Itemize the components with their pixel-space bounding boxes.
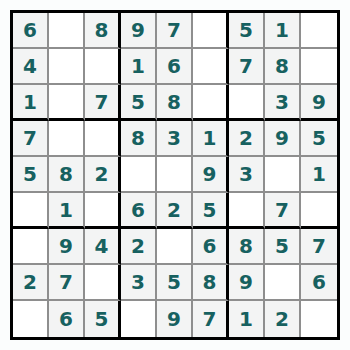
cell-r7c5[interactable]: [157, 229, 193, 265]
cell-r8c7[interactable]: 9: [229, 265, 265, 301]
cell-r9c8[interactable]: 2: [265, 301, 301, 337]
cell-r2c4[interactable]: 1: [121, 49, 157, 85]
cell-r9c6[interactable]: 7: [193, 301, 229, 337]
cell-r3c9[interactable]: 9: [301, 85, 337, 121]
cell-r7c3[interactable]: 4: [85, 229, 121, 265]
cell-r2c6[interactable]: [193, 49, 229, 85]
cell-r9c4[interactable]: [121, 301, 157, 337]
cell-r5c4[interactable]: [121, 157, 157, 193]
cell-r5c6[interactable]: 9: [193, 157, 229, 193]
cell-r8c8[interactable]: [265, 265, 301, 301]
cell-r5c8[interactable]: [265, 157, 301, 193]
cell-r5c2[interactable]: 8: [49, 157, 85, 193]
cell-r9c9[interactable]: [301, 301, 337, 337]
cell-r7c4[interactable]: 2: [121, 229, 157, 265]
cell-r3c2[interactable]: [49, 85, 85, 121]
cell-r8c5[interactable]: 5: [157, 265, 193, 301]
cell-r5c5[interactable]: [157, 157, 193, 193]
cell-r4c5[interactable]: 3: [157, 121, 193, 157]
cell-r4c1[interactable]: 7: [13, 121, 49, 157]
cell-r7c9[interactable]: 7: [301, 229, 337, 265]
cell-r2c1[interactable]: 4: [13, 49, 49, 85]
cell-r4c9[interactable]: 5: [301, 121, 337, 157]
cell-r5c1[interactable]: 5: [13, 157, 49, 193]
cell-r6c6[interactable]: 5: [193, 193, 229, 229]
cell-r5c9[interactable]: 1: [301, 157, 337, 193]
cell-r3c1[interactable]: 1: [13, 85, 49, 121]
cell-r9c2[interactable]: 6: [49, 301, 85, 337]
sudoku-board: 6897514167817583978312955829311625794268…: [10, 10, 340, 340]
cell-r6c7[interactable]: [229, 193, 265, 229]
cell-r7c6[interactable]: 6: [193, 229, 229, 265]
cell-r1c2[interactable]: [49, 13, 85, 49]
cell-r1c1[interactable]: 6: [13, 13, 49, 49]
cell-r2c2[interactable]: [49, 49, 85, 85]
cell-r2c7[interactable]: 7: [229, 49, 265, 85]
cell-r1c3[interactable]: 8: [85, 13, 121, 49]
cell-r1c9[interactable]: [301, 13, 337, 49]
cell-r6c9[interactable]: [301, 193, 337, 229]
cell-r1c8[interactable]: 1: [265, 13, 301, 49]
cell-r2c9[interactable]: [301, 49, 337, 85]
cell-r8c4[interactable]: 3: [121, 265, 157, 301]
cell-r4c8[interactable]: 9: [265, 121, 301, 157]
cell-r3c7[interactable]: [229, 85, 265, 121]
cell-r5c3[interactable]: 2: [85, 157, 121, 193]
cell-r3c3[interactable]: 7: [85, 85, 121, 121]
cell-r4c6[interactable]: 1: [193, 121, 229, 157]
cell-r1c6[interactable]: [193, 13, 229, 49]
cell-r6c2[interactable]: 1: [49, 193, 85, 229]
cell-r6c3[interactable]: [85, 193, 121, 229]
cell-r9c7[interactable]: 1: [229, 301, 265, 337]
cell-r3c4[interactable]: 5: [121, 85, 157, 121]
cell-r4c3[interactable]: [85, 121, 121, 157]
cell-r2c8[interactable]: 8: [265, 49, 301, 85]
cell-r8c2[interactable]: 7: [49, 265, 85, 301]
cell-r7c1[interactable]: [13, 229, 49, 265]
cell-r4c4[interactable]: 8: [121, 121, 157, 157]
cell-r9c1[interactable]: [13, 301, 49, 337]
cell-r1c5[interactable]: 7: [157, 13, 193, 49]
cell-r6c1[interactable]: [13, 193, 49, 229]
cell-r3c6[interactable]: [193, 85, 229, 121]
cell-r8c9[interactable]: 6: [301, 265, 337, 301]
cell-r7c8[interactable]: 5: [265, 229, 301, 265]
cell-r7c7[interactable]: 8: [229, 229, 265, 265]
cell-r6c4[interactable]: 6: [121, 193, 157, 229]
cell-r7c2[interactable]: 9: [49, 229, 85, 265]
cell-r9c5[interactable]: 9: [157, 301, 193, 337]
cell-r3c8[interactable]: 3: [265, 85, 301, 121]
cell-r8c3[interactable]: [85, 265, 121, 301]
cell-r3c5[interactable]: 8: [157, 85, 193, 121]
cell-r8c6[interactable]: 8: [193, 265, 229, 301]
cell-r6c8[interactable]: 7: [265, 193, 301, 229]
cell-r6c5[interactable]: 2: [157, 193, 193, 229]
cell-r4c7[interactable]: 2: [229, 121, 265, 157]
cell-r4c2[interactable]: [49, 121, 85, 157]
cell-r9c3[interactable]: 5: [85, 301, 121, 337]
cell-r5c7[interactable]: 3: [229, 157, 265, 193]
cell-r1c4[interactable]: 9: [121, 13, 157, 49]
cell-r8c1[interactable]: 2: [13, 265, 49, 301]
cell-r2c5[interactable]: 6: [157, 49, 193, 85]
cell-r1c7[interactable]: 5: [229, 13, 265, 49]
cell-r2c3[interactable]: [85, 49, 121, 85]
